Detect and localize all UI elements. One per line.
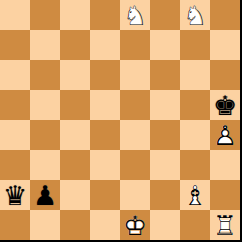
square-b7[interactable] [30,30,60,60]
square-d5[interactable] [90,90,120,120]
square-g7[interactable] [180,30,210,60]
square-a2[interactable]: ♛ [0,180,30,210]
king-outline-glyph: ♔ [123,212,147,239]
king-glyph: ♚ [213,92,237,119]
square-d8[interactable] [90,0,120,30]
square-c7[interactable] [60,30,90,60]
chess-board: ♞♘♞♘♚♟♙♛♟♝♗♚♔♜♖ [0,0,242,242]
square-f6[interactable] [150,60,180,90]
square-h8[interactable] [210,0,240,30]
square-b5[interactable] [30,90,60,120]
square-d7[interactable] [90,30,120,60]
square-g1[interactable] [180,210,210,240]
square-d3[interactable] [90,150,120,180]
knight-outline-glyph: ♘ [183,2,207,29]
white-knight-e8[interactable]: ♞♘ [120,0,150,30]
square-e4[interactable] [120,120,150,150]
square-c5[interactable] [60,90,90,120]
square-f2[interactable] [150,180,180,210]
square-d2[interactable] [90,180,120,210]
pawn-glyph: ♟ [213,122,237,149]
black-pawn-b2[interactable]: ♟ [30,180,60,210]
square-a1[interactable] [0,210,30,240]
square-e6[interactable] [120,60,150,90]
square-c4[interactable] [60,120,90,150]
square-h5[interactable]: ♚ [210,90,240,120]
square-h7[interactable] [210,30,240,60]
square-f7[interactable] [150,30,180,60]
knight-glyph: ♞ [123,2,147,29]
square-b6[interactable] [30,60,60,90]
queen-glyph: ♛ [3,182,27,209]
square-b2[interactable]: ♟ [30,180,60,210]
square-h4[interactable]: ♟♙ [210,120,240,150]
square-e2[interactable] [120,180,150,210]
knight-glyph: ♞ [183,2,207,29]
square-g5[interactable] [180,90,210,120]
square-b1[interactable] [30,210,60,240]
square-g3[interactable] [180,150,210,180]
king-glyph: ♚ [123,212,147,239]
square-a3[interactable] [0,150,30,180]
white-pawn-h4[interactable]: ♟♙ [210,120,240,150]
white-king-e1[interactable]: ♚♔ [120,210,150,240]
square-h6[interactable] [210,60,240,90]
square-e7[interactable] [120,30,150,60]
pawn-glyph: ♟ [33,182,57,209]
square-f4[interactable] [150,120,180,150]
square-d6[interactable] [90,60,120,90]
square-b3[interactable] [30,150,60,180]
square-c8[interactable] [60,0,90,30]
white-rook-h1[interactable]: ♜♖ [210,210,240,240]
square-d1[interactable] [90,210,120,240]
square-c6[interactable] [60,60,90,90]
square-g2[interactable]: ♝♗ [180,180,210,210]
square-g4[interactable] [180,120,210,150]
square-a5[interactable] [0,90,30,120]
square-f8[interactable] [150,0,180,30]
square-g8[interactable]: ♞♘ [180,0,210,30]
square-a8[interactable] [0,0,30,30]
square-a6[interactable] [0,60,30,90]
square-a7[interactable] [0,30,30,60]
white-knight-g8[interactable]: ♞♘ [180,0,210,30]
square-h2[interactable] [210,180,240,210]
square-e5[interactable] [120,90,150,120]
bishop-outline-glyph: ♗ [183,182,207,209]
square-h1[interactable]: ♜♖ [210,210,240,240]
square-a4[interactable] [0,120,30,150]
pawn-outline-glyph: ♙ [213,122,237,149]
square-g6[interactable] [180,60,210,90]
square-f1[interactable] [150,210,180,240]
knight-outline-glyph: ♘ [123,2,147,29]
square-e8[interactable]: ♞♘ [120,0,150,30]
black-queen-a2[interactable]: ♛ [0,180,30,210]
square-d4[interactable] [90,120,120,150]
square-b8[interactable] [30,0,60,30]
square-f3[interactable] [150,150,180,180]
square-c3[interactable] [60,150,90,180]
square-c2[interactable] [60,180,90,210]
square-f5[interactable] [150,90,180,120]
rook-glyph: ♜ [213,212,237,239]
white-bishop-g2[interactable]: ♝♗ [180,180,210,210]
square-e3[interactable] [120,150,150,180]
square-h3[interactable] [210,150,240,180]
black-king-h5[interactable]: ♚ [210,90,240,120]
square-b4[interactable] [30,120,60,150]
square-e1[interactable]: ♚♔ [120,210,150,240]
rook-outline-glyph: ♖ [213,212,237,239]
bishop-glyph: ♝ [183,182,207,209]
square-c1[interactable] [60,210,90,240]
